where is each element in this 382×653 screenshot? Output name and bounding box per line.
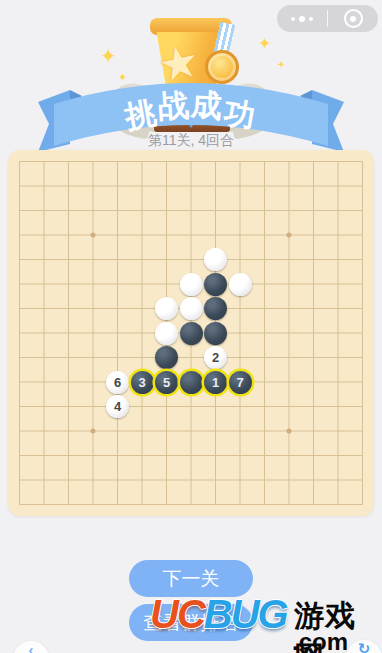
white-stone xyxy=(155,297,178,320)
miniprogram-capsule xyxy=(277,5,378,32)
success-title: 挑战成功 xyxy=(0,84,382,126)
back-icon: ‹ xyxy=(29,641,34,653)
group-ranking-button[interactable]: 查看群排名 xyxy=(129,604,253,641)
app-screen: ★ ✦ ✦ ✦ ✦ 挑战成功 第11关, 4回合 2635174 下一关 查看群… xyxy=(0,0,382,653)
more-icon xyxy=(291,16,313,22)
white-stone xyxy=(180,297,203,320)
black-stone xyxy=(204,297,227,320)
more-button[interactable] xyxy=(277,5,327,32)
black-stone xyxy=(180,322,203,345)
target-circle-icon xyxy=(344,9,363,28)
white-stone xyxy=(204,248,227,271)
gomoku-board: 2635174 xyxy=(8,150,374,516)
watermark-dotcom: .com xyxy=(292,628,348,653)
black-stone xyxy=(155,346,178,369)
black-stone-move-7: 7 xyxy=(229,371,252,394)
close-button[interactable] xyxy=(328,5,378,32)
black-stone xyxy=(204,322,227,345)
white-stone-move-4: 4 xyxy=(106,395,129,418)
white-stone-move-6: 6 xyxy=(106,371,129,394)
sparkle-icon: ✦ xyxy=(118,72,127,83)
white-stone xyxy=(155,322,178,345)
black-stone xyxy=(204,273,227,296)
white-stone xyxy=(229,273,252,296)
sparkle-icon: ✦ xyxy=(100,46,117,66)
refresh-icon: ↻ xyxy=(358,640,371,653)
black-stone-move-3: 3 xyxy=(131,371,154,394)
black-stone-move-1: 1 xyxy=(204,371,227,394)
black-stone-move-5: 5 xyxy=(155,371,178,394)
white-stone-move-2: 2 xyxy=(204,346,227,369)
white-stone xyxy=(180,273,203,296)
level-round-info: 第11关, 4回合 xyxy=(0,132,382,150)
sparkle-icon: ✦ xyxy=(258,36,271,52)
next-level-button[interactable]: 下一关 xyxy=(129,560,253,597)
sparkle-icon: ✦ xyxy=(277,60,285,70)
bottom-right-button[interactable]: ↻ xyxy=(346,640,382,653)
bottom-left-button[interactable]: ‹ xyxy=(13,641,49,653)
black-stone xyxy=(180,371,203,394)
